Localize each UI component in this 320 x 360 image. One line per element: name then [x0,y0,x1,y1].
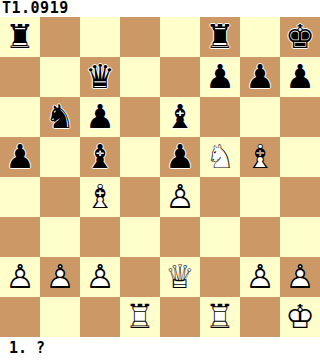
square-c3[interactable] [80,217,120,257]
square-c4[interactable]: ♝♗ [80,177,120,217]
white-piece-outline: ♙ [160,177,200,217]
square-d8[interactable] [120,17,160,57]
square-e5[interactable]: ♟ [160,137,200,177]
square-h7[interactable]: ♟ [280,57,320,97]
white-pawn-b2[interactable]: ♟♙ [40,257,80,297]
square-h6[interactable] [280,97,320,137]
square-f5[interactable]: ♞♘ [200,137,240,177]
white-queen-e2[interactable]: ♛♕ [160,257,200,297]
square-g6[interactable] [240,97,280,137]
square-c5[interactable]: ♝ [80,137,120,177]
square-b1[interactable] [40,297,80,337]
move-prompt: 1. ? [0,337,320,360]
white-piece-outline: ♔ [280,297,320,337]
black-bishop-c5[interactable]: ♝ [80,137,120,177]
square-c8[interactable] [80,17,120,57]
square-f8[interactable]: ♜ [200,17,240,57]
white-pawn-e4[interactable]: ♟♙ [160,177,200,217]
puzzle-id: T1.0919 [0,0,320,17]
square-h4[interactable] [280,177,320,217]
white-piece-outline: ♙ [280,257,320,297]
square-h1[interactable]: ♚♔ [280,297,320,337]
square-d1[interactable]: ♜♖ [120,297,160,337]
square-e2[interactable]: ♛♕ [160,257,200,297]
square-f3[interactable] [200,217,240,257]
square-g1[interactable] [240,297,280,337]
square-g7[interactable]: ♟ [240,57,280,97]
white-bishop-c4[interactable]: ♝♗ [80,177,120,217]
black-rook-a8[interactable]: ♜ [0,17,40,57]
square-f6[interactable] [200,97,240,137]
white-piece-outline: ♖ [120,297,160,337]
square-e3[interactable] [160,217,200,257]
square-c6[interactable]: ♟ [80,97,120,137]
square-a6[interactable] [0,97,40,137]
square-b4[interactable] [40,177,80,217]
square-a1[interactable] [0,297,40,337]
black-pawn-c6[interactable]: ♟ [80,97,120,137]
square-d3[interactable] [120,217,160,257]
square-e1[interactable] [160,297,200,337]
square-e4[interactable]: ♟♙ [160,177,200,217]
white-piece-outline: ♖ [200,297,240,337]
black-bishop-e6[interactable]: ♝ [160,97,200,137]
square-f4[interactable] [200,177,240,217]
square-a4[interactable] [0,177,40,217]
white-piece-outline: ♕ [160,257,200,297]
chess-board: ♜♜♚♛♟♟♟♞♟♝♟♝♟♞♘♝♗♝♗♟♙♟♙♟♙♟♙♛♕♟♙♟♙♜♖♜♖♚♔ [0,17,320,337]
square-d6[interactable] [120,97,160,137]
square-e8[interactable] [160,17,200,57]
square-d7[interactable] [120,57,160,97]
white-piece-outline: ♗ [240,137,280,177]
square-e7[interactable] [160,57,200,97]
square-b3[interactable] [40,217,80,257]
square-g3[interactable] [240,217,280,257]
black-king-h8[interactable]: ♚ [280,17,320,57]
white-bishop-g5[interactable]: ♝♗ [240,137,280,177]
black-pawn-e5[interactable]: ♟ [160,137,200,177]
white-pawn-h2[interactable]: ♟♙ [280,257,320,297]
black-pawn-g7[interactable]: ♟ [240,57,280,97]
white-pawn-c2[interactable]: ♟♙ [80,257,120,297]
white-piece-outline: ♗ [80,177,120,217]
square-b5[interactable] [40,137,80,177]
square-b8[interactable] [40,17,80,57]
square-d2[interactable] [120,257,160,297]
square-f2[interactable] [200,257,240,297]
black-queen-c7[interactable]: ♛ [80,57,120,97]
white-piece-outline: ♙ [80,257,120,297]
square-b6[interactable]: ♞ [40,97,80,137]
white-king-h1[interactable]: ♚♔ [280,297,320,337]
square-d4[interactable] [120,177,160,217]
square-b2[interactable]: ♟♙ [40,257,80,297]
square-f7[interactable]: ♟ [200,57,240,97]
black-pawn-f7[interactable]: ♟ [200,57,240,97]
white-piece-outline: ♘ [200,137,240,177]
square-c1[interactable] [80,297,120,337]
black-pawn-h7[interactable]: ♟ [280,57,320,97]
white-piece-outline: ♙ [0,257,40,297]
square-e6[interactable]: ♝ [160,97,200,137]
white-rook-f1[interactable]: ♜♖ [200,297,240,337]
square-a5[interactable]: ♟ [0,137,40,177]
white-piece-outline: ♙ [40,257,80,297]
black-pawn-a5[interactable]: ♟ [0,137,40,177]
square-c7[interactable]: ♛ [80,57,120,97]
square-h2[interactable]: ♟♙ [280,257,320,297]
white-pawn-a2[interactable]: ♟♙ [0,257,40,297]
square-h3[interactable] [280,217,320,257]
square-c2[interactable]: ♟♙ [80,257,120,297]
square-g4[interactable] [240,177,280,217]
white-pawn-g2[interactable]: ♟♙ [240,257,280,297]
square-g2[interactable]: ♟♙ [240,257,280,297]
square-f1[interactable]: ♜♖ [200,297,240,337]
square-a7[interactable] [0,57,40,97]
black-knight-b6[interactable]: ♞ [40,97,80,137]
white-piece-outline: ♙ [240,257,280,297]
white-rook-d1[interactable]: ♜♖ [120,297,160,337]
square-a2[interactable]: ♟♙ [0,257,40,297]
white-knight-f5[interactable]: ♞♘ [200,137,240,177]
square-b7[interactable] [40,57,80,97]
square-g8[interactable] [240,17,280,57]
square-h8[interactable]: ♚ [280,17,320,57]
square-h5[interactable] [280,137,320,177]
square-g5[interactable]: ♝♗ [240,137,280,177]
black-rook-f8[interactable]: ♜ [200,17,240,57]
square-a3[interactable] [0,217,40,257]
square-d5[interactable] [120,137,160,177]
square-a8[interactable]: ♜ [0,17,40,57]
